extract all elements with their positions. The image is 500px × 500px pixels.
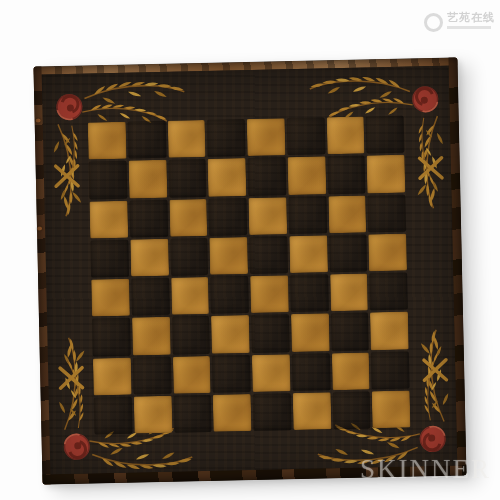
square-h3 bbox=[369, 311, 410, 351]
square-f8 bbox=[285, 116, 326, 156]
square-d1 bbox=[212, 393, 253, 433]
square-b1 bbox=[132, 394, 173, 434]
logo-cjk-text: 艺苑在线 bbox=[447, 12, 495, 23]
square-c2 bbox=[171, 354, 212, 394]
square-f4 bbox=[289, 273, 330, 313]
square-e3 bbox=[250, 313, 291, 353]
skinner-watermark: SKINNER bbox=[360, 454, 491, 485]
square-d8 bbox=[206, 118, 247, 158]
square-b8 bbox=[126, 120, 167, 160]
square-c8 bbox=[166, 119, 207, 159]
square-g7 bbox=[326, 155, 367, 195]
board-edge-top bbox=[33, 57, 457, 74]
square-a8 bbox=[87, 121, 128, 161]
square-g8 bbox=[325, 115, 366, 155]
square-c3 bbox=[170, 315, 211, 355]
square-f3 bbox=[290, 313, 331, 353]
square-e4 bbox=[249, 274, 290, 314]
square-g4 bbox=[329, 272, 370, 312]
square-a3 bbox=[91, 317, 132, 357]
square-d4 bbox=[209, 275, 250, 315]
square-h5 bbox=[367, 232, 408, 272]
square-e5 bbox=[248, 235, 289, 275]
game-board bbox=[33, 57, 466, 484]
square-c4 bbox=[170, 276, 211, 316]
checkerboard-grid bbox=[87, 115, 412, 436]
square-h2 bbox=[370, 350, 411, 390]
square-e1 bbox=[252, 392, 293, 432]
nail-tack bbox=[36, 119, 41, 123]
square-b2 bbox=[132, 355, 173, 395]
square-b5 bbox=[129, 238, 170, 278]
square-g6 bbox=[327, 194, 368, 234]
square-b7 bbox=[127, 159, 168, 199]
square-h6 bbox=[367, 193, 408, 233]
square-b3 bbox=[131, 316, 172, 356]
square-e6 bbox=[247, 196, 288, 236]
square-e7 bbox=[247, 156, 288, 196]
square-g2 bbox=[330, 351, 371, 391]
logo-ring-icon bbox=[424, 13, 443, 32]
board-edge-left bbox=[33, 66, 50, 484]
square-a2 bbox=[92, 356, 133, 396]
square-c5 bbox=[169, 237, 210, 277]
square-b6 bbox=[128, 198, 169, 238]
square-h1 bbox=[371, 389, 412, 429]
square-e8 bbox=[246, 117, 287, 157]
logo-watermark-text: 艺苑在线 bbox=[447, 12, 495, 29]
square-a1 bbox=[93, 395, 134, 435]
square-a7 bbox=[88, 160, 129, 200]
square-f7 bbox=[286, 156, 327, 196]
board-edge-right bbox=[448, 57, 466, 475]
square-c1 bbox=[172, 394, 213, 434]
square-h4 bbox=[368, 272, 409, 312]
square-h7 bbox=[366, 154, 407, 194]
square-f6 bbox=[287, 195, 328, 235]
square-f1 bbox=[291, 391, 332, 431]
square-d2 bbox=[211, 354, 252, 394]
square-g5 bbox=[328, 233, 369, 273]
square-d6 bbox=[208, 197, 249, 237]
square-g3 bbox=[329, 312, 370, 352]
square-d5 bbox=[208, 236, 249, 276]
square-a4 bbox=[90, 278, 131, 318]
square-g1 bbox=[331, 390, 372, 430]
square-d7 bbox=[207, 157, 248, 197]
logo-watermark: 艺苑在线 bbox=[424, 12, 495, 32]
square-a5 bbox=[89, 238, 130, 278]
logo-subtext-bar bbox=[447, 26, 491, 29]
auction-photo-scene: SKINNER 艺苑在线 bbox=[0, 0, 500, 500]
square-b4 bbox=[130, 277, 171, 317]
square-a6 bbox=[88, 199, 129, 239]
square-e2 bbox=[251, 353, 292, 393]
square-f2 bbox=[291, 352, 332, 392]
nail-tack bbox=[37, 227, 42, 231]
square-h8 bbox=[365, 115, 406, 155]
square-c6 bbox=[168, 197, 209, 237]
square-c7 bbox=[167, 158, 208, 198]
square-f5 bbox=[288, 234, 329, 274]
square-d3 bbox=[210, 314, 251, 354]
